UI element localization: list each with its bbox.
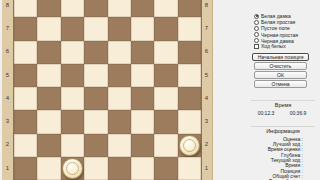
board-square-c6[interactable]	[61, 41, 84, 64]
checkbox-icon[interactable]	[254, 44, 259, 49]
board-square-b6[interactable]	[37, 41, 60, 64]
info-field-label: Текущий счет :	[223, 178, 303, 180]
board-frame: 87654321 87654321	[2, 0, 213, 180]
board-square-a1[interactable]	[14, 157, 37, 180]
board-square-e6[interactable]	[108, 41, 131, 64]
board-square-c5[interactable]	[61, 64, 84, 87]
board-square-a8[interactable]	[14, 0, 37, 17]
divider	[251, 100, 315, 101]
board-square-h4[interactable]	[178, 87, 201, 110]
board-square-a4[interactable]	[14, 87, 37, 110]
board-square-g8[interactable]	[154, 0, 177, 17]
board-square-b3[interactable]	[37, 110, 60, 133]
clear-button[interactable]: Очистить	[254, 62, 307, 70]
board-square-b4[interactable]	[37, 87, 60, 110]
board-square-a3[interactable]	[14, 110, 37, 133]
board-square-d7[interactable]	[84, 17, 107, 40]
board-square-h5[interactable]	[178, 64, 201, 87]
board-square-f3[interactable]	[131, 110, 154, 133]
rank-label-8: 8	[2, 0, 13, 16]
divider	[251, 126, 315, 127]
radio-icon[interactable]	[254, 26, 259, 31]
board-square-d1[interactable]	[84, 157, 107, 180]
board-square-e7[interactable]	[108, 17, 131, 40]
checkers-editor-window: 87654321 87654321 Белая дамкаБелая прост…	[0, 0, 320, 180]
rank-label-4: 4	[200, 86, 213, 109]
board-square-f5[interactable]	[131, 64, 154, 87]
board-square-g2[interactable]	[154, 134, 177, 157]
board-square-b8[interactable]	[37, 0, 60, 17]
white-to-move-checkbox[interactable]: Ход белых	[254, 43, 286, 49]
board-square-e4[interactable]	[108, 87, 131, 110]
piece-option-label: Белая дамка	[261, 13, 291, 19]
rank-label-1: 1	[2, 156, 13, 179]
board-square-b2[interactable]	[37, 134, 60, 157]
rank-label-7: 7	[200, 16, 213, 39]
board-square-a7[interactable]	[14, 17, 37, 40]
piece-option-label: Черная простая	[261, 32, 298, 38]
black-clock: 00:36.9	[284, 110, 312, 116]
board-square-c2[interactable]	[61, 134, 84, 157]
board-square-f4[interactable]	[131, 87, 154, 110]
radio-icon[interactable]	[254, 14, 259, 19]
piece-option-2[interactable]: Пустое поле	[254, 25, 290, 31]
board-square-b1[interactable]	[37, 157, 60, 180]
piece-option-label: Пустое поле	[261, 25, 290, 31]
board-square-b7[interactable]	[37, 17, 60, 40]
board-square-h8[interactable]	[178, 0, 201, 17]
info-section-title: Информация	[251, 128, 315, 134]
board-square-c1[interactable]	[61, 157, 84, 180]
white-clock: 00:12.3	[252, 110, 280, 116]
board-square-a6[interactable]	[14, 41, 37, 64]
ok-button[interactable]: ОК	[254, 71, 307, 79]
board-square-h6[interactable]	[178, 41, 201, 64]
checkbox-label: Ход белых	[261, 43, 286, 49]
board-square-e2[interactable]	[108, 134, 131, 157]
board-square-f1[interactable]	[131, 157, 154, 180]
white-man-h2[interactable]	[179, 135, 200, 156]
board-square-g7[interactable]	[154, 17, 177, 40]
board-square-f8[interactable]	[131, 0, 154, 17]
initial-position-button[interactable]: Начальная позиция	[252, 53, 309, 61]
board-square-d6[interactable]	[84, 41, 107, 64]
board-square-h1[interactable]	[178, 157, 201, 180]
checkers-board	[13, 0, 202, 180]
board-square-d3[interactable]	[84, 110, 107, 133]
radio-icon[interactable]	[254, 20, 259, 25]
board-square-h3[interactable]	[178, 110, 201, 133]
board-square-f7[interactable]	[131, 17, 154, 40]
piece-option-1[interactable]: Белая простая	[254, 19, 295, 25]
board-square-d8[interactable]	[84, 0, 107, 17]
rank-label-1: 1	[200, 156, 213, 179]
time-section-title: Время	[251, 102, 315, 108]
board-square-b5[interactable]	[37, 64, 60, 87]
editor-side-panel: Белая дамкаБелая простаяПустое полеЧерна…	[213, 0, 320, 180]
board-square-e1[interactable]	[108, 157, 131, 180]
piece-option-label: Белая простая	[261, 19, 295, 25]
board-square-h2[interactable]	[178, 134, 201, 157]
rank-label-6: 6	[2, 40, 13, 63]
rank-label-4: 4	[2, 86, 13, 109]
board-square-c4[interactable]	[61, 87, 84, 110]
board-square-c8[interactable]	[61, 0, 84, 17]
rank-label-7: 7	[2, 16, 13, 39]
board-square-h7[interactable]	[178, 17, 201, 40]
board-square-g6[interactable]	[154, 41, 177, 64]
piece-option-0[interactable]: Белая дамка	[254, 13, 291, 19]
board-square-e8[interactable]	[108, 0, 131, 17]
board-square-g3[interactable]	[154, 110, 177, 133]
board-square-g1[interactable]	[154, 157, 177, 180]
board-square-f2[interactable]	[131, 134, 154, 157]
rank-label-5: 5	[200, 63, 213, 86]
board-square-g5[interactable]	[154, 64, 177, 87]
rank-label-2: 2	[2, 133, 13, 156]
rank-labels-left: 87654321	[2, 0, 13, 180]
rank-label-6: 6	[200, 40, 213, 63]
radio-icon[interactable]	[254, 32, 259, 37]
board-square-c3[interactable]	[61, 110, 84, 133]
rank-label-3: 3	[2, 110, 13, 133]
board-square-e3[interactable]	[108, 110, 131, 133]
white-man-c1[interactable]	[62, 158, 83, 179]
rank-labels-right: 87654321	[200, 0, 213, 180]
board-square-e5[interactable]	[108, 64, 131, 87]
rank-label-5: 5	[2, 63, 13, 86]
board-square-a5[interactable]	[14, 64, 37, 87]
board-square-c7[interactable]	[61, 17, 84, 40]
board-square-a2[interactable]	[14, 134, 37, 157]
board-square-d4[interactable]	[84, 87, 107, 110]
board-square-d2[interactable]	[84, 134, 107, 157]
board-square-g4[interactable]	[154, 87, 177, 110]
rank-label-3: 3	[200, 110, 213, 133]
rank-label-8: 8	[200, 0, 213, 16]
piece-option-3[interactable]: Черная простая	[254, 32, 298, 38]
board-square-f6[interactable]	[131, 41, 154, 64]
cancel-button[interactable]: Отмена	[254, 80, 307, 88]
board-square-d5[interactable]	[84, 64, 107, 87]
rank-label-2: 2	[200, 133, 213, 156]
